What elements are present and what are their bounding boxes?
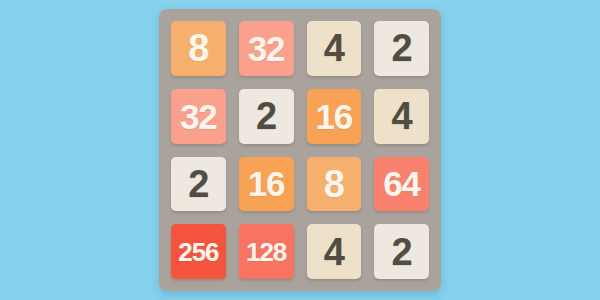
tile-r1c3: 4	[374, 89, 429, 144]
board-2048[interactable]: 8 32 4 2 32 2 16 4 2 16 8 64 256 128 4 2	[159, 9, 441, 291]
tile-r3c3: 2	[374, 224, 429, 279]
tile-r2c2: 8	[307, 157, 362, 212]
tile-r2c0: 2	[171, 157, 226, 212]
tile-r1c1: 2	[239, 89, 294, 144]
tile-r0c2: 4	[307, 21, 362, 76]
tile-r0c3: 2	[374, 21, 429, 76]
tile-r3c0: 256	[171, 224, 226, 279]
tile-r1c2: 16	[307, 89, 362, 144]
tile-r3c2: 4	[307, 224, 362, 279]
tile-r3c1: 128	[239, 224, 294, 279]
tile-r1c0: 32	[171, 89, 226, 144]
tile-r0c1: 32	[239, 21, 294, 76]
tile-r2c1: 16	[239, 157, 294, 212]
tile-r0c0: 8	[171, 21, 226, 76]
tile-r2c3: 64	[374, 157, 429, 212]
